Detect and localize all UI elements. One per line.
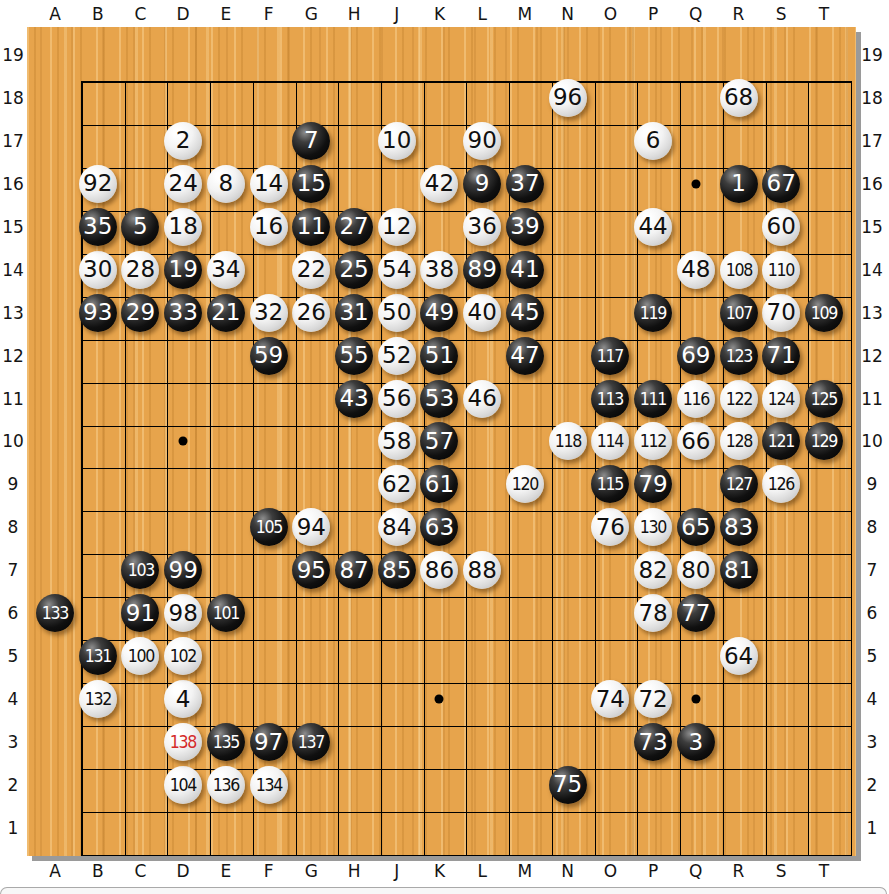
stone-F8: 105 — [250, 508, 288, 546]
move-number: 18 — [169, 215, 198, 238]
stone-S12: 71 — [762, 337, 800, 375]
stone-J7: 85 — [378, 551, 416, 589]
move-number: 125 — [811, 390, 837, 408]
stone-M12: 47 — [506, 337, 544, 375]
stone-D16: 24 — [164, 165, 202, 203]
move-number: 16 — [254, 215, 283, 238]
move-number: 96 — [553, 86, 582, 109]
stone-T11: 125 — [805, 380, 843, 418]
row-label-right-5: 5 — [867, 646, 878, 666]
stone-R14: 108 — [720, 251, 758, 289]
col-label-top-M: M — [518, 4, 533, 24]
col-label-bottom-R: R — [733, 861, 745, 881]
move-number: 58 — [382, 430, 411, 453]
stone-H12: 55 — [335, 337, 373, 375]
move-number: 19 — [169, 258, 198, 281]
move-number: 9 — [475, 172, 490, 195]
col-label-bottom-E: E — [221, 861, 232, 881]
stone-Q7: 80 — [677, 551, 715, 589]
stone-G3: 137 — [292, 723, 330, 761]
move-number: 4 — [176, 688, 191, 711]
stone-H15: 27 — [335, 208, 373, 246]
star-point-Q4 — [691, 695, 700, 704]
bottom-panel-edge — [0, 887, 887, 894]
move-number: 97 — [254, 731, 283, 754]
col-label-bottom-H: H — [348, 861, 361, 881]
move-number: 11 — [297, 215, 326, 238]
stone-F16: 14 — [250, 165, 288, 203]
col-label-bottom-A: A — [49, 861, 61, 881]
stone-L14: 89 — [463, 251, 501, 289]
stone-O10: 114 — [591, 422, 629, 460]
move-number: 33 — [169, 301, 198, 324]
col-label-top-E: E — [221, 4, 232, 24]
move-number: 52 — [382, 344, 411, 367]
col-label-bottom-F: F — [264, 861, 274, 881]
move-number: 77 — [681, 602, 710, 625]
move-number: 99 — [169, 559, 198, 582]
move-number: 93 — [83, 301, 112, 324]
stone-O8: 76 — [591, 508, 629, 546]
col-label-top-C: C — [135, 4, 147, 24]
stone-M15: 39 — [506, 208, 544, 246]
move-number: 134 — [255, 776, 281, 794]
stone-B13: 93 — [79, 294, 117, 332]
row-label-right-3: 3 — [867, 732, 878, 752]
move-number: 127 — [725, 475, 751, 493]
stone-F12: 59 — [250, 337, 288, 375]
move-number: 75 — [553, 773, 582, 796]
move-number: 31 — [339, 301, 368, 324]
row-label-left-1: 1 — [8, 818, 19, 838]
stone-R16: 1 — [720, 165, 758, 203]
move-number: 80 — [681, 559, 710, 582]
stone-J14: 54 — [378, 251, 416, 289]
move-number: 115 — [597, 475, 623, 493]
move-number: 12 — [382, 215, 411, 238]
move-number: 55 — [339, 344, 368, 367]
stone-R5: 64 — [720, 637, 758, 675]
move-number: 26 — [297, 301, 326, 324]
move-number: 44 — [638, 215, 667, 238]
move-number: 138 — [170, 733, 196, 751]
row-label-left-8: 8 — [8, 517, 19, 537]
stone-C6: 91 — [121, 594, 159, 632]
move-number: 87 — [339, 559, 368, 582]
col-label-bottom-K: K — [434, 861, 445, 881]
stone-J10: 58 — [378, 422, 416, 460]
move-number: 72 — [638, 688, 667, 711]
move-number: 5 — [133, 215, 148, 238]
stone-H13: 31 — [335, 294, 373, 332]
col-label-bottom-L: L — [477, 861, 486, 881]
stone-O9: 115 — [591, 465, 629, 503]
move-number: 41 — [510, 258, 539, 281]
move-number: 107 — [725, 304, 751, 322]
move-number: 24 — [169, 172, 198, 195]
move-number: 68 — [724, 86, 753, 109]
move-number: 118 — [554, 432, 580, 450]
move-number: 109 — [811, 304, 837, 322]
col-label-bottom-N: N — [561, 861, 574, 881]
move-number: 65 — [681, 516, 710, 539]
move-number: 94 — [297, 516, 326, 539]
stone-P17: 6 — [634, 122, 672, 160]
move-number: 38 — [425, 258, 454, 281]
row-label-left-2: 2 — [8, 775, 19, 795]
move-number: 8 — [219, 172, 234, 195]
move-number: 74 — [596, 688, 625, 711]
stone-L17: 90 — [463, 122, 501, 160]
move-number: 42 — [425, 172, 454, 195]
move-number: 15 — [297, 172, 326, 195]
stone-D2: 104 — [164, 766, 202, 804]
row-label-right-1: 1 — [867, 818, 878, 838]
row-label-right-4: 4 — [867, 689, 878, 709]
stone-J13: 50 — [378, 294, 416, 332]
move-number: 64 — [724, 645, 753, 668]
stone-F13: 32 — [250, 294, 288, 332]
move-number: 3 — [688, 731, 703, 754]
stone-J11: 56 — [378, 380, 416, 418]
move-number: 37 — [510, 172, 539, 195]
stone-L16: 9 — [463, 165, 501, 203]
stone-P7: 82 — [634, 551, 672, 589]
row-label-left-11: 11 — [2, 389, 24, 409]
row-label-right-7: 7 — [867, 560, 878, 580]
col-label-top-R: R — [733, 4, 745, 24]
stone-G7: 95 — [292, 551, 330, 589]
move-number: 124 — [768, 390, 794, 408]
col-label-top-O: O — [604, 4, 617, 24]
move-number: 70 — [767, 301, 796, 324]
star-point-D10 — [179, 437, 188, 446]
move-number: 108 — [725, 261, 751, 279]
col-label-bottom-P: P — [648, 861, 658, 881]
col-label-bottom-O: O — [604, 861, 617, 881]
move-number: 121 — [768, 432, 794, 450]
stone-Q11: 116 — [677, 380, 715, 418]
stone-R10: 128 — [720, 422, 758, 460]
col-label-top-T: T — [819, 4, 829, 24]
row-label-right-6: 6 — [867, 603, 878, 623]
stone-K7: 86 — [420, 551, 458, 589]
stone-P6: 78 — [634, 594, 672, 632]
stone-D15: 18 — [164, 208, 202, 246]
stone-D17: 2 — [164, 122, 202, 160]
row-label-right-11: 11 — [861, 389, 883, 409]
move-number: 104 — [170, 776, 196, 794]
move-number: 84 — [382, 516, 411, 539]
row-label-right-13: 13 — [861, 303, 883, 323]
stone-J17: 10 — [378, 122, 416, 160]
row-label-left-7: 7 — [8, 560, 19, 580]
col-label-top-Q: Q — [689, 4, 702, 24]
row-label-left-12: 12 — [2, 346, 24, 366]
stone-B14: 30 — [79, 251, 117, 289]
stone-M14: 41 — [506, 251, 544, 289]
move-number: 21 — [211, 301, 240, 324]
move-number: 25 — [339, 258, 368, 281]
col-label-top-D: D — [177, 4, 190, 24]
move-number: 36 — [468, 215, 497, 238]
stone-E14: 34 — [207, 251, 245, 289]
stone-N10: 118 — [549, 422, 587, 460]
row-label-right-8: 8 — [867, 517, 878, 537]
move-number: 60 — [767, 215, 796, 238]
move-number: 30 — [83, 258, 112, 281]
move-number: 92 — [83, 172, 112, 195]
move-number: 1 — [731, 172, 746, 195]
move-number: 136 — [213, 776, 239, 794]
move-number: 103 — [127, 561, 153, 579]
col-label-top-H: H — [348, 4, 361, 24]
row-label-left-19: 19 — [2, 45, 24, 65]
stone-K9: 61 — [420, 465, 458, 503]
row-label-left-15: 15 — [2, 217, 24, 237]
row-label-left-16: 16 — [2, 174, 24, 194]
stone-B4: 132 — [79, 680, 117, 718]
stone-T13: 109 — [805, 294, 843, 332]
move-number: 51 — [425, 344, 454, 367]
stone-R12: 123 — [720, 337, 758, 375]
col-label-top-L: L — [477, 4, 486, 24]
stone-T10: 129 — [805, 422, 843, 460]
stone-D5: 102 — [164, 637, 202, 675]
move-number: 73 — [638, 731, 667, 754]
move-number: 116 — [683, 390, 709, 408]
stone-L13: 40 — [463, 294, 501, 332]
stone-G14: 22 — [292, 251, 330, 289]
stone-K12: 51 — [420, 337, 458, 375]
stone-G16: 15 — [292, 165, 330, 203]
stone-K10: 57 — [420, 422, 458, 460]
move-number: 61 — [425, 473, 454, 496]
stone-J8: 84 — [378, 508, 416, 546]
stone-G8: 94 — [292, 508, 330, 546]
row-label-left-14: 14 — [2, 260, 24, 280]
stone-Q14: 48 — [677, 251, 715, 289]
stone-E13: 21 — [207, 294, 245, 332]
col-label-bottom-G: G — [305, 861, 318, 881]
col-label-top-J: J — [394, 4, 399, 24]
row-label-right-15: 15 — [861, 217, 883, 237]
move-number: 135 — [213, 733, 239, 751]
move-number: 35 — [83, 215, 112, 238]
move-number: 79 — [638, 473, 667, 496]
move-number: 49 — [425, 301, 454, 324]
move-number: 2 — [176, 129, 191, 152]
move-number: 88 — [468, 559, 497, 582]
move-number: 86 — [425, 559, 454, 582]
stone-F2: 134 — [250, 766, 288, 804]
stone-S11: 124 — [762, 380, 800, 418]
col-label-bottom-S: S — [776, 861, 787, 881]
move-number: 43 — [339, 387, 368, 410]
col-label-top-N: N — [561, 4, 574, 24]
stone-E2: 136 — [207, 766, 245, 804]
move-number: 122 — [725, 390, 751, 408]
move-number: 47 — [510, 344, 539, 367]
stone-P4: 72 — [634, 680, 672, 718]
stone-C14: 28 — [121, 251, 159, 289]
move-number: 53 — [425, 387, 454, 410]
stone-C7: 103 — [121, 551, 159, 589]
col-label-bottom-M: M — [518, 861, 533, 881]
move-number: 112 — [640, 432, 666, 450]
move-number: 85 — [382, 559, 411, 582]
stone-P13: 119 — [634, 294, 672, 332]
stone-D4: 4 — [164, 680, 202, 718]
move-number: 71 — [767, 344, 796, 367]
stone-O11: 113 — [591, 380, 629, 418]
row-label-right-10: 10 — [861, 431, 883, 451]
move-number: 89 — [468, 258, 497, 281]
go-kifu-view: AABBCCDDEEFFGGHHJJKKLLMMNNOOPPQQRRSSTT19… — [0, 0, 889, 894]
move-number: 39 — [510, 215, 539, 238]
row-label-left-6: 6 — [8, 603, 19, 623]
stone-B16: 92 — [79, 165, 117, 203]
move-number: 117 — [597, 347, 623, 365]
move-number: 111 — [640, 390, 666, 408]
col-label-bottom-T: T — [819, 861, 829, 881]
move-number: 14 — [254, 172, 283, 195]
move-number: 76 — [596, 516, 625, 539]
move-number: 28 — [126, 258, 155, 281]
stone-D3: 138 — [164, 723, 202, 761]
move-number: 114 — [597, 432, 623, 450]
row-label-right-19: 19 — [861, 45, 883, 65]
stone-Q3: 3 — [677, 723, 715, 761]
row-label-left-13: 13 — [2, 303, 24, 323]
stone-G17: 7 — [292, 122, 330, 160]
move-number: 128 — [725, 432, 751, 450]
move-number: 69 — [681, 344, 710, 367]
stone-D13: 33 — [164, 294, 202, 332]
move-number: 113 — [597, 390, 623, 408]
move-number: 50 — [382, 301, 411, 324]
move-number: 62 — [382, 473, 411, 496]
move-number: 126 — [768, 475, 794, 493]
stone-F3: 97 — [250, 723, 288, 761]
stone-P11: 111 — [634, 380, 672, 418]
stone-P8: 130 — [634, 508, 672, 546]
stone-G13: 26 — [292, 294, 330, 332]
stone-S16: 67 — [762, 165, 800, 203]
stone-R18: 68 — [720, 79, 758, 117]
stone-K11: 53 — [420, 380, 458, 418]
move-number: 101 — [213, 604, 239, 622]
stone-K16: 42 — [420, 165, 458, 203]
col-label-bottom-C: C — [135, 861, 147, 881]
stone-L7: 88 — [463, 551, 501, 589]
stone-H11: 43 — [335, 380, 373, 418]
stone-M13: 45 — [506, 294, 544, 332]
move-number: 40 — [468, 301, 497, 324]
col-label-top-P: P — [648, 4, 658, 24]
move-number: 110 — [768, 261, 794, 279]
stone-R13: 107 — [720, 294, 758, 332]
stone-Q12: 69 — [677, 337, 715, 375]
move-number: 82 — [638, 559, 667, 582]
stone-M9: 120 — [506, 465, 544, 503]
stone-P15: 44 — [634, 208, 672, 246]
row-label-left-18: 18 — [2, 88, 24, 108]
stone-D14: 19 — [164, 251, 202, 289]
move-number: 45 — [510, 301, 539, 324]
move-number: 32 — [254, 301, 283, 324]
stone-P3: 73 — [634, 723, 672, 761]
stone-H14: 25 — [335, 251, 373, 289]
stone-E6: 101 — [207, 594, 245, 632]
stone-P10: 112 — [634, 422, 672, 460]
stone-S9: 126 — [762, 465, 800, 503]
move-number: 66 — [681, 430, 710, 453]
stone-J12: 52 — [378, 337, 416, 375]
stone-R9: 127 — [720, 465, 758, 503]
row-label-left-10: 10 — [2, 431, 24, 451]
move-number: 120 — [512, 475, 538, 493]
move-number: 27 — [339, 215, 368, 238]
col-label-bottom-D: D — [177, 861, 190, 881]
move-number: 81 — [724, 559, 753, 582]
col-label-top-F: F — [264, 4, 274, 24]
stone-E16: 8 — [207, 165, 245, 203]
stone-D7: 99 — [164, 551, 202, 589]
stone-E3: 135 — [207, 723, 245, 761]
stone-P9: 79 — [634, 465, 672, 503]
stone-L11: 46 — [463, 380, 501, 418]
move-number: 102 — [170, 647, 196, 665]
move-number: 131 — [85, 647, 111, 665]
col-label-top-G: G — [305, 4, 318, 24]
stone-S15: 60 — [762, 208, 800, 246]
stone-K13: 49 — [420, 294, 458, 332]
move-number: 130 — [640, 518, 666, 536]
stone-N18: 96 — [549, 79, 587, 117]
col-label-bottom-J: J — [394, 861, 399, 881]
move-number: 132 — [85, 690, 111, 708]
stone-O4: 74 — [591, 680, 629, 718]
row-label-left-3: 3 — [8, 732, 19, 752]
move-number: 90 — [468, 129, 497, 152]
stone-F15: 16 — [250, 208, 288, 246]
row-label-right-9: 9 — [867, 474, 878, 494]
move-number: 119 — [640, 304, 666, 322]
stone-J9: 62 — [378, 465, 416, 503]
stone-L15: 36 — [463, 208, 501, 246]
stone-J15: 12 — [378, 208, 416, 246]
stone-R8: 83 — [720, 508, 758, 546]
move-number: 67 — [767, 172, 796, 195]
col-label-bottom-B: B — [92, 861, 104, 881]
stone-A6: 133 — [36, 594, 74, 632]
stone-K14: 38 — [420, 251, 458, 289]
stone-C15: 5 — [121, 208, 159, 246]
row-label-right-16: 16 — [861, 174, 883, 194]
move-number: 123 — [725, 347, 751, 365]
row-label-left-4: 4 — [8, 689, 19, 709]
stone-D6: 98 — [164, 594, 202, 632]
stone-R11: 122 — [720, 380, 758, 418]
star-point-Q16 — [691, 179, 700, 188]
move-number: 57 — [425, 430, 454, 453]
stone-S14: 110 — [762, 251, 800, 289]
move-number: 48 — [681, 258, 710, 281]
move-number: 56 — [382, 387, 411, 410]
row-label-right-12: 12 — [861, 346, 883, 366]
move-number: 54 — [382, 258, 411, 281]
